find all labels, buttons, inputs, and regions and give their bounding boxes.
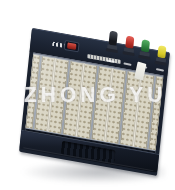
power-switch-rocker: [67, 42, 76, 50]
binding-post-black-cap: [109, 31, 118, 46]
post-label-yellow: [156, 68, 164, 71]
watermark-text: ZHONG YU: [24, 81, 166, 107]
binding-post-black: [108, 31, 118, 53]
post-label-black: [107, 59, 115, 62]
binding-post-green: [140, 39, 150, 59]
binding-post-yellow: [157, 45, 167, 65]
product-photo: ZHONG YU: [0, 0, 175, 190]
post-label-red: [123, 62, 131, 65]
power-switch: [64, 40, 80, 53]
binding-post-red: [125, 36, 135, 56]
